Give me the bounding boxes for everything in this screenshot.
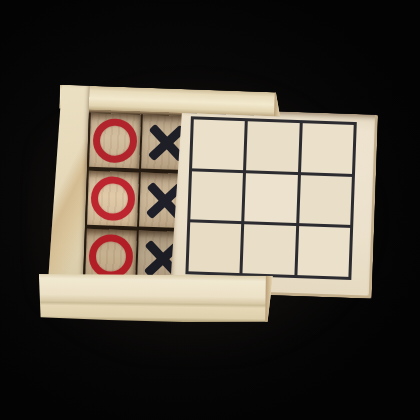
o-piece-ring xyxy=(88,234,134,280)
cube-o[interactable] xyxy=(87,171,139,227)
tictactoe-grid xyxy=(185,116,356,280)
o-piece-ring xyxy=(90,176,136,222)
grid-cell[interactable] xyxy=(243,225,296,275)
grid-cell[interactable] xyxy=(192,119,245,169)
bottom-rail-end-grain xyxy=(265,276,273,324)
game-box-scene xyxy=(0,0,420,420)
cube-o[interactable] xyxy=(85,229,137,283)
grid-cell[interactable] xyxy=(245,173,298,223)
o-piece-ring xyxy=(92,118,138,164)
grid-cell[interactable] xyxy=(297,226,350,276)
grid-cell[interactable] xyxy=(301,123,354,173)
cube-o[interactable] xyxy=(89,113,141,169)
grid-cell[interactable] xyxy=(188,223,241,273)
box-bottom-rail xyxy=(38,273,273,324)
grid-cell[interactable] xyxy=(299,175,352,225)
grid-cell[interactable] xyxy=(246,121,299,171)
grid-cell[interactable] xyxy=(190,171,243,221)
sliding-lid[interactable] xyxy=(170,108,378,299)
